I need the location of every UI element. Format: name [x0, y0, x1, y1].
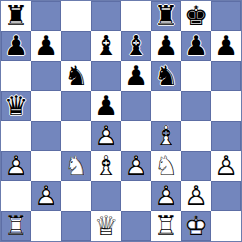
square-h7[interactable]: ♟ [211, 31, 241, 61]
white-piece-outline-glyph: ♘ [61, 151, 91, 181]
piece-black-pawn[interactable]: ♟ [1, 31, 31, 61]
square-c5[interactable] [61, 91, 91, 121]
piece-white-bishop[interactable]: ♝♗ [151, 121, 181, 151]
square-c6[interactable]: ♞ [61, 61, 91, 91]
square-a6[interactable] [1, 61, 31, 91]
square-b5[interactable] [31, 91, 61, 121]
white-piece-outline-glyph: ♙ [91, 121, 121, 151]
square-f5[interactable] [151, 91, 181, 121]
square-f2[interactable]: ♟♙ [151, 181, 181, 211]
square-b2[interactable]: ♟♙ [31, 181, 61, 211]
square-c8[interactable] [61, 1, 91, 31]
square-c2[interactable] [61, 181, 91, 211]
square-d7[interactable]: ♝ [91, 31, 121, 61]
square-f6[interactable]: ♞ [151, 61, 181, 91]
black-piece-glyph: ♟ [91, 91, 121, 121]
piece-black-knight[interactable]: ♞ [61, 61, 91, 91]
black-piece-glyph: ♛ [1, 91, 31, 121]
white-piece-outline-glyph: ♘ [151, 151, 181, 181]
square-b1[interactable] [31, 211, 61, 241]
black-piece-glyph: ♝ [91, 31, 121, 61]
black-piece-glyph: ♟ [211, 31, 241, 61]
piece-white-rook[interactable]: ♜♖ [151, 211, 181, 241]
square-a1[interactable]: ♜♖ [1, 211, 31, 241]
square-h6[interactable] [211, 61, 241, 91]
square-h2[interactable] [211, 181, 241, 211]
square-e8[interactable] [121, 1, 151, 31]
square-f8[interactable]: ♜ [151, 1, 181, 31]
square-d4[interactable]: ♟♙ [91, 121, 121, 151]
piece-white-pawn[interactable]: ♟♙ [91, 121, 121, 151]
square-g2[interactable]: ♟♙ [181, 181, 211, 211]
square-a8[interactable]: ♜ [1, 1, 31, 31]
square-a3[interactable]: ♟♙ [1, 151, 31, 181]
white-piece-outline-glyph: ♙ [121, 151, 151, 181]
black-piece-glyph: ♜ [1, 1, 31, 31]
square-d2[interactable] [91, 181, 121, 211]
white-piece-outline-glyph: ♗ [151, 121, 181, 151]
white-piece-outline-glyph: ♙ [151, 181, 181, 211]
piece-white-bishop[interactable]: ♝♗ [91, 151, 121, 181]
piece-black-pawn[interactable]: ♟ [91, 91, 121, 121]
piece-white-rook[interactable]: ♜♖ [1, 211, 31, 241]
piece-black-knight[interactable]: ♞ [151, 61, 181, 91]
square-d5[interactable]: ♟ [91, 91, 121, 121]
piece-white-pawn[interactable]: ♟♙ [121, 151, 151, 181]
piece-white-pawn[interactable]: ♟♙ [1, 151, 31, 181]
square-a2[interactable] [1, 181, 31, 211]
square-h8[interactable] [211, 1, 241, 31]
white-piece-outline-glyph: ♙ [1, 151, 31, 181]
piece-black-king[interactable]: ♚ [181, 1, 211, 31]
square-f4[interactable]: ♝♗ [151, 121, 181, 151]
white-piece-outline-glyph: ♙ [31, 181, 61, 211]
black-piece-glyph: ♚ [181, 1, 211, 31]
white-piece-outline-glyph: ♙ [211, 151, 241, 181]
black-piece-glyph: ♟ [181, 31, 211, 61]
square-e3[interactable]: ♟♙ [121, 151, 151, 181]
white-piece-outline-glyph: ♖ [1, 211, 31, 241]
square-f3[interactable]: ♞♘ [151, 151, 181, 181]
black-piece-glyph: ♞ [151, 61, 181, 91]
square-h4[interactable] [211, 121, 241, 151]
square-a4[interactable] [1, 121, 31, 151]
piece-black-rook[interactable]: ♜ [1, 1, 31, 31]
piece-black-pawn[interactable]: ♟ [181, 31, 211, 61]
square-g3[interactable] [181, 151, 211, 181]
square-b6[interactable] [31, 61, 61, 91]
square-f1[interactable]: ♜♖ [151, 211, 181, 241]
chess-board: ♜♜♚♟♟♝♝♟♟♟♞♟♞♛♟♟♙♝♗♟♙♞♘♝♗♟♙♞♘♟♙♟♙♟♙♟♙♜♖♛… [0, 0, 242, 242]
piece-black-bishop[interactable]: ♝ [121, 31, 151, 61]
black-piece-glyph: ♟ [31, 31, 61, 61]
piece-white-pawn[interactable]: ♟♙ [31, 181, 61, 211]
piece-black-pawn[interactable]: ♟ [121, 61, 151, 91]
square-b4[interactable] [31, 121, 61, 151]
chess-board-container: ♜♜♚♟♟♝♝♟♟♟♞♟♞♛♟♟♙♝♗♟♙♞♘♝♗♟♙♞♘♟♙♟♙♟♙♟♙♜♖♛… [0, 0, 242, 242]
black-piece-glyph: ♝ [121, 31, 151, 61]
square-g6[interactable] [181, 61, 211, 91]
square-e5[interactable] [121, 91, 151, 121]
black-piece-glyph: ♟ [1, 31, 31, 61]
piece-black-pawn[interactable]: ♟ [151, 31, 181, 61]
piece-white-king[interactable]: ♚♔ [181, 211, 211, 241]
square-h3[interactable]: ♟♙ [211, 151, 241, 181]
black-piece-glyph: ♟ [121, 61, 151, 91]
square-h1[interactable] [211, 211, 241, 241]
square-g4[interactable] [181, 121, 211, 151]
piece-black-bishop[interactable]: ♝ [91, 31, 121, 61]
square-f7[interactable]: ♟ [151, 31, 181, 61]
piece-white-knight[interactable]: ♞♘ [61, 151, 91, 181]
square-e1[interactable] [121, 211, 151, 241]
piece-white-pawn[interactable]: ♟♙ [211, 151, 241, 181]
square-e4[interactable] [121, 121, 151, 151]
square-g1[interactable]: ♚♔ [181, 211, 211, 241]
piece-white-pawn[interactable]: ♟♙ [151, 181, 181, 211]
square-d3[interactable]: ♝♗ [91, 151, 121, 181]
square-g8[interactable]: ♚ [181, 1, 211, 31]
white-piece-outline-glyph: ♔ [181, 211, 211, 241]
square-e6[interactable]: ♟ [121, 61, 151, 91]
square-e7[interactable]: ♝ [121, 31, 151, 61]
square-d8[interactable] [91, 1, 121, 31]
piece-black-rook[interactable]: ♜ [151, 1, 181, 31]
square-a7[interactable]: ♟ [1, 31, 31, 61]
square-c3[interactable]: ♞♘ [61, 151, 91, 181]
piece-black-queen[interactable]: ♛ [1, 91, 31, 121]
white-piece-outline-glyph: ♖ [151, 211, 181, 241]
piece-white-knight[interactable]: ♞♘ [151, 151, 181, 181]
black-piece-glyph: ♟ [151, 31, 181, 61]
piece-white-pawn[interactable]: ♟♙ [181, 181, 211, 211]
piece-white-queen[interactable]: ♛♕ [91, 211, 121, 241]
square-g7[interactable]: ♟ [181, 31, 211, 61]
square-g5[interactable] [181, 91, 211, 121]
black-piece-glyph: ♞ [61, 61, 91, 91]
square-c7[interactable] [61, 31, 91, 61]
square-b8[interactable] [31, 1, 61, 31]
white-piece-outline-glyph: ♕ [91, 211, 121, 241]
square-b7[interactable]: ♟ [31, 31, 61, 61]
square-d1[interactable]: ♛♕ [91, 211, 121, 241]
square-e2[interactable] [121, 181, 151, 211]
white-piece-outline-glyph: ♗ [91, 151, 121, 181]
piece-black-pawn[interactable]: ♟ [31, 31, 61, 61]
square-h5[interactable] [211, 91, 241, 121]
square-a5[interactable]: ♛ [1, 91, 31, 121]
square-d6[interactable] [91, 61, 121, 91]
square-b3[interactable] [31, 151, 61, 181]
piece-black-pawn[interactable]: ♟ [211, 31, 241, 61]
white-piece-outline-glyph: ♙ [181, 181, 211, 211]
square-c1[interactable] [61, 211, 91, 241]
square-c4[interactable] [61, 121, 91, 151]
black-piece-glyph: ♜ [151, 1, 181, 31]
